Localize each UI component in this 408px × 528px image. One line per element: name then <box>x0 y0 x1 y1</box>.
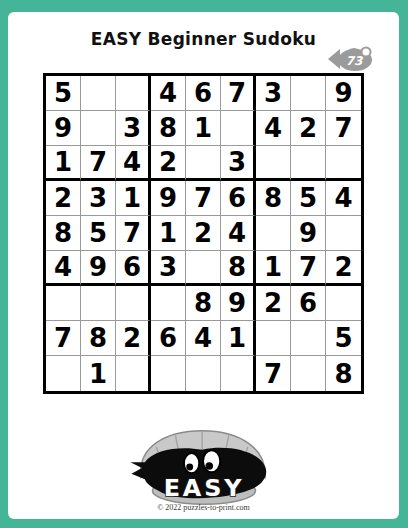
cell-r7c9 <box>326 286 361 321</box>
cell-r5c2: 5 <box>81 216 116 251</box>
cell-r8c6: 1 <box>221 321 256 356</box>
cell-r5c3: 7 <box>116 216 151 251</box>
cell-r7c2 <box>81 286 116 321</box>
cell-r4c4: 9 <box>151 181 186 216</box>
cell-r6c9: 2 <box>326 251 361 286</box>
cell-r4c7: 8 <box>256 181 291 216</box>
cell-r6c3: 6 <box>116 251 151 286</box>
cell-r5c5: 2 <box>186 216 221 251</box>
cell-r9c9: 8 <box>326 356 361 391</box>
cell-r3c3: 4 <box>116 146 151 181</box>
cell-r8c5: 4 <box>186 321 221 356</box>
cell-r8c8 <box>291 321 326 356</box>
cell-r9c2: 1 <box>81 356 116 391</box>
cell-r5c1: 8 <box>46 216 81 251</box>
cell-r9c5 <box>186 356 221 391</box>
cell-r1c2 <box>81 76 116 111</box>
cell-r3c5 <box>186 146 221 181</box>
cell-r6c5 <box>186 251 221 286</box>
cell-r7c3 <box>116 286 151 321</box>
cell-r1c8 <box>291 76 326 111</box>
cell-r1c1: 5 <box>46 76 81 111</box>
fish-icon: 73 <box>327 45 375 73</box>
cell-r1c9: 9 <box>326 76 361 111</box>
cell-r3c7 <box>256 146 291 181</box>
cell-r4c2: 3 <box>81 181 116 216</box>
cell-r3c1: 1 <box>46 146 81 181</box>
cell-r1c7: 3 <box>256 76 291 111</box>
cell-r3c4: 2 <box>151 146 186 181</box>
cell-r4c9: 4 <box>326 181 361 216</box>
cell-r6c4: 3 <box>151 251 186 286</box>
clam-icon: EASY <box>126 424 282 508</box>
cell-r6c6: 8 <box>221 251 256 286</box>
cell-r4c1: 2 <box>46 181 81 216</box>
clam-eye-left <box>183 453 198 473</box>
cell-r9c1 <box>46 356 81 391</box>
cell-r9c6 <box>221 356 256 391</box>
puzzle-page: EASY Beginner Sudoku 73 5467399381427174… <box>8 12 399 519</box>
cell-r8c7 <box>256 321 291 356</box>
difficulty-label: EASY <box>163 474 244 502</box>
cell-r5c8: 9 <box>291 216 326 251</box>
cell-r4c8: 5 <box>291 181 326 216</box>
cell-r2c9: 7 <box>326 111 361 146</box>
cell-r2c2 <box>81 111 116 146</box>
copyright-text: © 2022 puzzles-to-print.com <box>8 503 399 512</box>
cell-r1c3 <box>116 76 151 111</box>
cell-r2c3: 3 <box>116 111 151 146</box>
cell-r1c5: 6 <box>186 76 221 111</box>
cell-r9c7: 7 <box>256 356 291 391</box>
puzzle-number: 73 <box>346 54 364 68</box>
cell-r5c9 <box>326 216 361 251</box>
cell-r2c4: 8 <box>151 111 186 146</box>
cell-r9c3 <box>116 356 151 391</box>
cell-r2c6 <box>221 111 256 146</box>
teal-frame: EASY Beginner Sudoku 73 5467399381427174… <box>0 0 408 528</box>
cell-r8c3: 2 <box>116 321 151 356</box>
cell-r5c6: 4 <box>221 216 256 251</box>
cell-r8c4: 6 <box>151 321 186 356</box>
cell-r3c9 <box>326 146 361 181</box>
cell-r1c4: 4 <box>151 76 186 111</box>
cell-r6c1: 4 <box>46 251 81 286</box>
cell-r6c7: 1 <box>256 251 291 286</box>
cell-r3c8 <box>291 146 326 181</box>
cell-r1c6: 7 <box>221 76 256 111</box>
cell-r3c6: 3 <box>221 146 256 181</box>
cell-r7c1 <box>46 286 81 321</box>
sudoku-board: 5467399381427174232319768548571249496381… <box>43 73 364 394</box>
cell-r8c1: 7 <box>46 321 81 356</box>
cell-r8c9: 5 <box>326 321 361 356</box>
cell-r4c5: 7 <box>186 181 221 216</box>
cell-r2c8: 2 <box>291 111 326 146</box>
cell-r7c6: 9 <box>221 286 256 321</box>
cell-r2c5: 1 <box>186 111 221 146</box>
cell-r3c2: 7 <box>81 146 116 181</box>
cell-r7c4 <box>151 286 186 321</box>
cell-r7c7: 2 <box>256 286 291 321</box>
cell-r9c4 <box>151 356 186 391</box>
cell-r5c4: 1 <box>151 216 186 251</box>
cell-r6c2: 9 <box>81 251 116 286</box>
cell-r9c8 <box>291 356 326 391</box>
cell-r4c3: 1 <box>116 181 151 216</box>
cell-r7c5: 8 <box>186 286 221 321</box>
cell-r6c8: 7 <box>291 251 326 286</box>
cell-r4c6: 6 <box>221 181 256 216</box>
cell-r7c8: 6 <box>291 286 326 321</box>
cell-r2c7: 4 <box>256 111 291 146</box>
cell-r2c1: 9 <box>46 111 81 146</box>
cell-r8c2: 8 <box>81 321 116 356</box>
fish-eye-icon <box>362 48 371 57</box>
cell-r5c7 <box>256 216 291 251</box>
